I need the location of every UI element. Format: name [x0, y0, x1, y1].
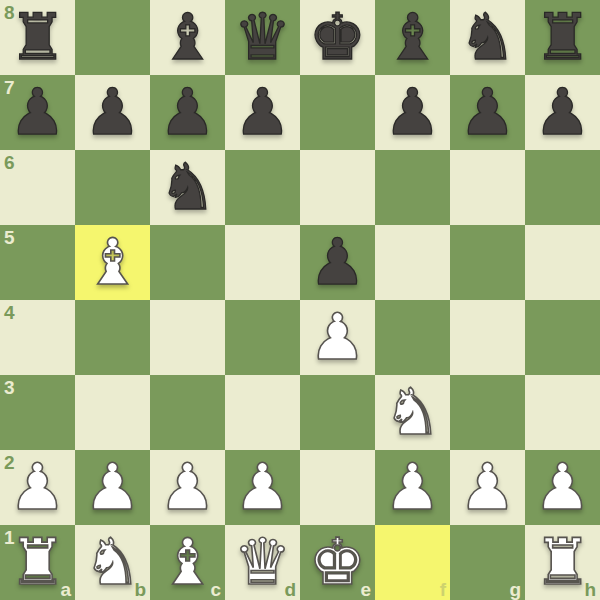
square-c3[interactable] — [150, 375, 225, 450]
square-d7[interactable]: ♟ — [225, 75, 300, 150]
black-rook[interactable]: ♜ — [9, 5, 66, 69]
square-e2[interactable] — [300, 450, 375, 525]
square-h5[interactable] — [525, 225, 600, 300]
black-pawn[interactable]: ♟ — [384, 80, 441, 144]
square-e7[interactable] — [300, 75, 375, 150]
square-d1[interactable]: d♛ — [225, 525, 300, 600]
square-b4[interactable] — [75, 300, 150, 375]
square-e8[interactable]: ♚ — [300, 0, 375, 75]
square-a5[interactable]: 5 — [0, 225, 75, 300]
square-e3[interactable] — [300, 375, 375, 450]
square-d8[interactable]: ♛ — [225, 0, 300, 75]
white-queen[interactable]: ♛ — [234, 530, 291, 594]
black-queen[interactable]: ♛ — [234, 5, 291, 69]
square-c4[interactable] — [150, 300, 225, 375]
white-pawn[interactable]: ♟ — [84, 455, 141, 519]
square-c5[interactable] — [150, 225, 225, 300]
square-f8[interactable]: ♝ — [375, 0, 450, 75]
square-d4[interactable] — [225, 300, 300, 375]
square-f4[interactable] — [375, 300, 450, 375]
square-e6[interactable] — [300, 150, 375, 225]
black-bishop[interactable]: ♝ — [159, 5, 216, 69]
square-d6[interactable] — [225, 150, 300, 225]
square-h2[interactable]: ♟ — [525, 450, 600, 525]
square-f3[interactable]: ♞ — [375, 375, 450, 450]
square-d5[interactable] — [225, 225, 300, 300]
white-king[interactable]: ♚ — [309, 530, 366, 594]
white-pawn[interactable]: ♟ — [9, 455, 66, 519]
white-bishop[interactable]: ♝ — [84, 230, 141, 294]
square-e5[interactable]: ♟ — [300, 225, 375, 300]
square-h4[interactable] — [525, 300, 600, 375]
white-knight[interactable]: ♞ — [384, 380, 441, 444]
square-h3[interactable] — [525, 375, 600, 450]
black-pawn[interactable]: ♟ — [534, 80, 591, 144]
rank-label-4: 4 — [4, 303, 15, 322]
rank-label-6: 6 — [4, 153, 15, 172]
square-c8[interactable]: ♝ — [150, 0, 225, 75]
black-pawn[interactable]: ♟ — [234, 80, 291, 144]
square-g3[interactable] — [450, 375, 525, 450]
square-b2[interactable]: ♟ — [75, 450, 150, 525]
square-f1[interactable]: f — [375, 525, 450, 600]
square-g2[interactable]: ♟ — [450, 450, 525, 525]
square-b6[interactable] — [75, 150, 150, 225]
square-a6[interactable]: 6 — [0, 150, 75, 225]
square-d2[interactable]: ♟ — [225, 450, 300, 525]
square-a1[interactable]: 1a♜ — [0, 525, 75, 600]
black-pawn[interactable]: ♟ — [9, 80, 66, 144]
square-h6[interactable] — [525, 150, 600, 225]
square-a4[interactable]: 4 — [0, 300, 75, 375]
square-f6[interactable] — [375, 150, 450, 225]
white-knight[interactable]: ♞ — [84, 530, 141, 594]
square-c7[interactable]: ♟ — [150, 75, 225, 150]
square-b5[interactable]: ♝ — [75, 225, 150, 300]
black-knight[interactable]: ♞ — [159, 155, 216, 219]
square-a2[interactable]: 2♟ — [0, 450, 75, 525]
square-f2[interactable]: ♟ — [375, 450, 450, 525]
square-d3[interactable] — [225, 375, 300, 450]
square-g7[interactable]: ♟ — [450, 75, 525, 150]
square-e1[interactable]: e♚ — [300, 525, 375, 600]
black-pawn[interactable]: ♟ — [309, 230, 366, 294]
square-g6[interactable] — [450, 150, 525, 225]
square-b7[interactable]: ♟ — [75, 75, 150, 150]
square-c1[interactable]: c♝ — [150, 525, 225, 600]
white-pawn[interactable]: ♟ — [534, 455, 591, 519]
square-h1[interactable]: h♜ — [525, 525, 600, 600]
square-g1[interactable]: g — [450, 525, 525, 600]
square-g8[interactable]: ♞ — [450, 0, 525, 75]
rank-label-3: 3 — [4, 378, 15, 397]
square-a7[interactable]: 7♟ — [0, 75, 75, 150]
black-pawn[interactable]: ♟ — [159, 80, 216, 144]
black-pawn[interactable]: ♟ — [459, 80, 516, 144]
square-h8[interactable]: ♜ — [525, 0, 600, 75]
rank-label-5: 5 — [4, 228, 15, 247]
white-pawn[interactable]: ♟ — [234, 455, 291, 519]
white-pawn[interactable]: ♟ — [309, 305, 366, 369]
chess-board: 8♜♝♛♚♝♞♜7♟♟♟♟♟♟♟6♞5♝♟4♟3♞2♟♟♟♟♟♟♟1a♜b♞c♝… — [0, 0, 600, 600]
square-g5[interactable] — [450, 225, 525, 300]
square-c2[interactable]: ♟ — [150, 450, 225, 525]
white-pawn[interactable]: ♟ — [384, 455, 441, 519]
square-f7[interactable]: ♟ — [375, 75, 450, 150]
square-b3[interactable] — [75, 375, 150, 450]
square-a3[interactable]: 3 — [0, 375, 75, 450]
black-king[interactable]: ♚ — [309, 5, 366, 69]
black-knight[interactable]: ♞ — [459, 5, 516, 69]
white-bishop[interactable]: ♝ — [159, 530, 216, 594]
black-rook[interactable]: ♜ — [534, 5, 591, 69]
square-h7[interactable]: ♟ — [525, 75, 600, 150]
square-a8[interactable]: 8♜ — [0, 0, 75, 75]
file-label-f: f — [440, 580, 446, 599]
file-label-g: g — [509, 580, 521, 599]
square-e4[interactable]: ♟ — [300, 300, 375, 375]
white-pawn[interactable]: ♟ — [159, 455, 216, 519]
black-pawn[interactable]: ♟ — [84, 80, 141, 144]
white-rook[interactable]: ♜ — [9, 530, 66, 594]
square-g4[interactable] — [450, 300, 525, 375]
white-pawn[interactable]: ♟ — [459, 455, 516, 519]
square-b8[interactable] — [75, 0, 150, 75]
black-bishop[interactable]: ♝ — [384, 5, 441, 69]
white-rook[interactable]: ♜ — [534, 530, 591, 594]
square-c6[interactable]: ♞ — [150, 150, 225, 225]
square-f5[interactable] — [375, 225, 450, 300]
square-b1[interactable]: b♞ — [75, 525, 150, 600]
